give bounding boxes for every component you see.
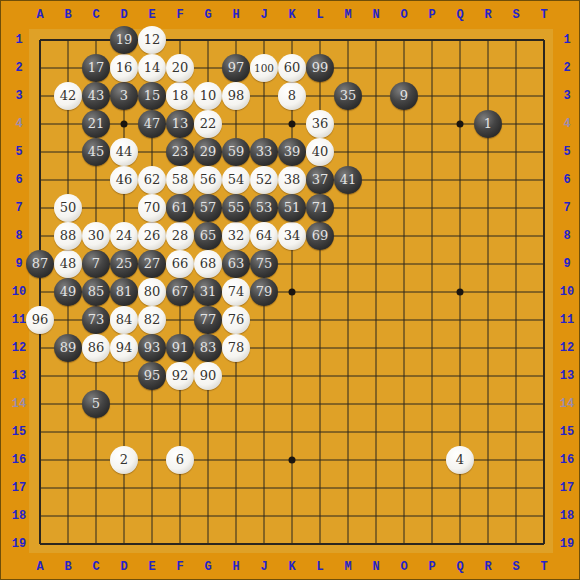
coord-label: R xyxy=(474,553,502,580)
stone-white[interactable]: 26 xyxy=(138,222,166,250)
move-number: 4 xyxy=(446,446,474,474)
stone-white[interactable]: 8 xyxy=(278,82,306,110)
move-number: 98 xyxy=(222,82,250,110)
move-number: 26 xyxy=(138,222,166,250)
coord-label: B xyxy=(54,553,82,580)
stone-black[interactable]: 43 xyxy=(82,82,110,110)
coord-label: N xyxy=(362,1,390,29)
move-number: 37 xyxy=(306,166,334,194)
coord-label: S xyxy=(502,1,530,29)
move-number: 48 xyxy=(54,250,82,278)
coord-label: B xyxy=(54,1,82,29)
coord-label: 18 xyxy=(553,502,580,530)
move-number: 40 xyxy=(306,138,334,166)
move-number: 23 xyxy=(166,138,194,166)
coord-label: 3 xyxy=(5,82,33,110)
move-number: 65 xyxy=(194,222,222,250)
move-number: 10 xyxy=(194,82,222,110)
coord-label: C xyxy=(82,1,110,29)
move-number: 68 xyxy=(194,250,222,278)
stone-black[interactable]: 61 xyxy=(166,194,194,222)
coord-label: 4 xyxy=(553,110,580,138)
coord-label: 9 xyxy=(553,250,580,278)
coord-label: 7 xyxy=(5,194,33,222)
coord-label: 6 xyxy=(553,166,580,194)
move-number: 13 xyxy=(166,110,194,138)
go-board-viewer: AABBCCDDEEFFGGHHJJKKLLMMNNOOPPQQRRSSTT11… xyxy=(0,0,580,580)
stone-black[interactable]: 67 xyxy=(166,278,194,306)
coord-label: F xyxy=(166,1,194,29)
coord-label: L xyxy=(306,553,334,580)
stone-black[interactable]: 21 xyxy=(82,110,110,138)
stone-white[interactable]: 52 xyxy=(250,166,278,194)
stone-white[interactable]: 76 xyxy=(222,306,250,334)
coord-label: E xyxy=(138,553,166,580)
stone-black[interactable]: 77 xyxy=(194,306,222,334)
stone-black[interactable]: 27 xyxy=(138,250,166,278)
stone-black[interactable]: 65 xyxy=(194,222,222,250)
move-number: 14 xyxy=(138,54,166,82)
move-number: 89 xyxy=(54,334,82,362)
move-number: 86 xyxy=(82,334,110,362)
move-number: 47 xyxy=(138,110,166,138)
stone-white[interactable]: 96 xyxy=(26,306,54,334)
coord-label: M xyxy=(334,553,362,580)
move-number: 63 xyxy=(222,250,250,278)
coord-label: 16 xyxy=(553,446,580,474)
stone-white[interactable]: 80 xyxy=(138,278,166,306)
coord-label: R xyxy=(474,1,502,29)
coord-label: J xyxy=(250,1,278,29)
stone-black[interactable]: 97 xyxy=(222,54,250,82)
stone-black[interactable]: 75 xyxy=(250,250,278,278)
stone-black[interactable]: 1 xyxy=(474,110,502,138)
stone-white[interactable]: 56 xyxy=(194,166,222,194)
move-number: 83 xyxy=(194,334,222,362)
stone-white[interactable]: 18 xyxy=(166,82,194,110)
stone-white[interactable]: 36 xyxy=(306,110,334,138)
stone-black[interactable]: 73 xyxy=(82,306,110,334)
move-number: 96 xyxy=(26,306,54,334)
stone-white[interactable]: 54 xyxy=(222,166,250,194)
coord-label: 14 xyxy=(553,390,580,418)
stone-white[interactable]: 86 xyxy=(82,334,110,362)
move-number: 76 xyxy=(222,306,250,334)
stone-black[interactable]: 55 xyxy=(222,194,250,222)
move-number: 7 xyxy=(82,250,110,278)
move-number: 90 xyxy=(194,362,222,390)
move-number: 36 xyxy=(306,110,334,138)
move-number: 70 xyxy=(138,194,166,222)
coord-label: 5 xyxy=(5,138,33,166)
stone-white[interactable]: 74 xyxy=(222,278,250,306)
stone-black[interactable]: 95 xyxy=(138,362,166,390)
stone-white[interactable]: 42 xyxy=(54,82,82,110)
move-number: 41 xyxy=(334,166,362,194)
move-number: 44 xyxy=(110,138,138,166)
coord-label: M xyxy=(334,1,362,29)
stone-white[interactable]: 60 xyxy=(278,54,306,82)
stone-black[interactable]: 33 xyxy=(250,138,278,166)
stone-black[interactable]: 51 xyxy=(278,194,306,222)
move-number: 15 xyxy=(138,82,166,110)
coord-label: H xyxy=(222,1,250,29)
stone-white[interactable]: 40 xyxy=(306,138,334,166)
move-number: 97 xyxy=(222,54,250,82)
move-number: 66 xyxy=(166,250,194,278)
move-number: 74 xyxy=(222,278,250,306)
move-number: 80 xyxy=(138,278,166,306)
move-number: 34 xyxy=(278,222,306,250)
stone-black[interactable]: 87 xyxy=(26,250,54,278)
move-number: 69 xyxy=(306,222,334,250)
move-number: 50 xyxy=(54,194,82,222)
stone-black[interactable]: 91 xyxy=(166,334,194,362)
coord-label: 4 xyxy=(5,110,33,138)
coord-label: 1 xyxy=(553,26,580,54)
stone-black[interactable]: 99 xyxy=(306,54,334,82)
coord-label: 15 xyxy=(5,418,33,446)
stone-white[interactable]: 28 xyxy=(166,222,194,250)
move-number: 27 xyxy=(138,250,166,278)
move-number: 28 xyxy=(166,222,194,250)
stone-black[interactable]: 89 xyxy=(54,334,82,362)
stone-white[interactable]: 2 xyxy=(110,446,138,474)
stone-white[interactable]: 88 xyxy=(54,222,82,250)
move-number: 35 xyxy=(334,82,362,110)
stone-white[interactable]: 100 xyxy=(250,54,278,82)
coord-label: 19 xyxy=(5,530,33,558)
coord-label: 8 xyxy=(553,222,580,250)
stone-white[interactable]: 64 xyxy=(250,222,278,250)
stone-white[interactable]: 22 xyxy=(194,110,222,138)
stone-white[interactable]: 92 xyxy=(166,362,194,390)
coord-label: 8 xyxy=(5,222,33,250)
stone-white[interactable]: 30 xyxy=(82,222,110,250)
stone-white[interactable]: 14 xyxy=(138,54,166,82)
stone-white[interactable]: 4 xyxy=(446,446,474,474)
stone-white[interactable]: 78 xyxy=(222,334,250,362)
move-number: 5 xyxy=(82,390,110,418)
stone-white[interactable]: 82 xyxy=(138,306,166,334)
stone-white[interactable]: 90 xyxy=(194,362,222,390)
stone-black[interactable]: 79 xyxy=(250,278,278,306)
move-number: 43 xyxy=(82,82,110,110)
coord-label: 13 xyxy=(553,362,580,390)
move-number: 42 xyxy=(54,82,82,110)
stone-white[interactable]: 6 xyxy=(166,446,194,474)
stone-black[interactable]: 83 xyxy=(194,334,222,362)
coord-label: T xyxy=(530,1,558,29)
coord-label: 17 xyxy=(553,474,580,502)
coord-label: 18 xyxy=(5,502,33,530)
stone-white[interactable]: 44 xyxy=(110,138,138,166)
move-number: 25 xyxy=(110,250,138,278)
coord-label: K xyxy=(278,1,306,29)
coord-label: 16 xyxy=(5,446,33,474)
stone-white[interactable]: 66 xyxy=(166,250,194,278)
coord-label: Q xyxy=(446,553,474,580)
coord-label: 6 xyxy=(5,166,33,194)
stone-black[interactable]: 5 xyxy=(82,390,110,418)
coord-label: Q xyxy=(446,1,474,29)
coord-label: G xyxy=(194,553,222,580)
stone-white[interactable]: 50 xyxy=(54,194,82,222)
stone-black[interactable]: 49 xyxy=(54,278,82,306)
coord-label: G xyxy=(194,1,222,29)
stone-black[interactable]: 13 xyxy=(166,110,194,138)
move-number: 31 xyxy=(194,278,222,306)
stone-black[interactable]: 37 xyxy=(306,166,334,194)
coord-label: 2 xyxy=(553,54,580,82)
stone-black[interactable]: 9 xyxy=(390,82,418,110)
coord-label: E xyxy=(138,1,166,29)
move-number: 61 xyxy=(166,194,194,222)
move-number: 85 xyxy=(82,278,110,306)
move-number: 82 xyxy=(138,306,166,334)
move-number: 81 xyxy=(110,278,138,306)
move-number: 56 xyxy=(194,166,222,194)
coord-label: L xyxy=(306,1,334,29)
move-number: 51 xyxy=(278,194,306,222)
move-number: 38 xyxy=(278,166,306,194)
move-number: 71 xyxy=(306,194,334,222)
move-number: 92 xyxy=(166,362,194,390)
stone-black[interactable]: 23 xyxy=(166,138,194,166)
stone-white[interactable]: 20 xyxy=(166,54,194,82)
move-number: 94 xyxy=(110,334,138,362)
move-number: 9 xyxy=(390,82,418,110)
coord-label: 17 xyxy=(5,474,33,502)
move-number: 2 xyxy=(110,446,138,474)
coord-label: K xyxy=(278,553,306,580)
coord-label: P xyxy=(418,1,446,29)
coord-label: O xyxy=(390,553,418,580)
move-number: 8 xyxy=(278,82,306,110)
move-number: 21 xyxy=(82,110,110,138)
move-number: 45 xyxy=(82,138,110,166)
stone-black[interactable]: 19 xyxy=(110,26,138,54)
stone-white[interactable]: 98 xyxy=(222,82,250,110)
stone-black[interactable]: 25 xyxy=(110,250,138,278)
move-number: 60 xyxy=(278,54,306,82)
stone-black[interactable]: 29 xyxy=(194,138,222,166)
coord-label: H xyxy=(222,553,250,580)
stone-white[interactable]: 48 xyxy=(54,250,82,278)
coord-label: 15 xyxy=(553,418,580,446)
coord-label: 12 xyxy=(5,334,33,362)
move-number: 49 xyxy=(54,278,82,306)
stone-white[interactable]: 32 xyxy=(222,222,250,250)
stone-black[interactable]: 53 xyxy=(250,194,278,222)
stone-white[interactable]: 24 xyxy=(110,222,138,250)
coord-label: J xyxy=(250,553,278,580)
move-number: 91 xyxy=(166,334,194,362)
stone-white[interactable]: 58 xyxy=(166,166,194,194)
coord-label: 10 xyxy=(553,278,580,306)
move-number: 59 xyxy=(222,138,250,166)
move-number: 39 xyxy=(278,138,306,166)
coord-label: 14 xyxy=(5,390,33,418)
stone-white[interactable]: 70 xyxy=(138,194,166,222)
stone-white[interactable]: 10 xyxy=(194,82,222,110)
stone-black[interactable]: 3 xyxy=(110,82,138,110)
coord-label: A xyxy=(26,1,54,29)
coord-label: 13 xyxy=(5,362,33,390)
stone-black[interactable]: 63 xyxy=(222,250,250,278)
stone-white[interactable]: 62 xyxy=(138,166,166,194)
stone-black[interactable]: 93 xyxy=(138,334,166,362)
stone-white[interactable]: 84 xyxy=(110,306,138,334)
move-number: 12 xyxy=(138,26,166,54)
move-number: 95 xyxy=(138,362,166,390)
move-number: 93 xyxy=(138,334,166,362)
coord-label: O xyxy=(390,1,418,29)
coord-label: P xyxy=(418,553,446,580)
coord-label: S xyxy=(502,553,530,580)
stone-white[interactable]: 46 xyxy=(110,166,138,194)
coord-label: 10 xyxy=(5,278,33,306)
stone-black[interactable]: 15 xyxy=(138,82,166,110)
stone-black[interactable]: 71 xyxy=(306,194,334,222)
move-number: 1 xyxy=(474,110,502,138)
coord-label: 2 xyxy=(5,54,33,82)
move-number: 55 xyxy=(222,194,250,222)
move-number: 75 xyxy=(250,250,278,278)
stone-white[interactable]: 94 xyxy=(110,334,138,362)
move-number: 19 xyxy=(110,26,138,54)
stone-black[interactable]: 81 xyxy=(110,278,138,306)
move-number: 22 xyxy=(194,110,222,138)
move-number: 53 xyxy=(250,194,278,222)
stone-black[interactable]: 57 xyxy=(194,194,222,222)
stone-black[interactable]: 7 xyxy=(82,250,110,278)
coord-label: 1 xyxy=(5,26,33,54)
move-number: 29 xyxy=(194,138,222,166)
move-number: 20 xyxy=(166,54,194,82)
stone-black[interactable]: 31 xyxy=(194,278,222,306)
move-number: 52 xyxy=(250,166,278,194)
stone-white[interactable]: 34 xyxy=(278,222,306,250)
move-number: 32 xyxy=(222,222,250,250)
stone-black[interactable]: 85 xyxy=(82,278,110,306)
stone-black[interactable]: 47 xyxy=(138,110,166,138)
move-number: 3 xyxy=(110,82,138,110)
move-number: 73 xyxy=(82,306,110,334)
move-number: 33 xyxy=(250,138,278,166)
move-number: 24 xyxy=(110,222,138,250)
stone-white[interactable]: 16 xyxy=(110,54,138,82)
stone-white[interactable]: 12 xyxy=(138,26,166,54)
move-number: 62 xyxy=(138,166,166,194)
move-number: 46 xyxy=(110,166,138,194)
coord-label: C xyxy=(82,553,110,580)
coord-label: D xyxy=(110,553,138,580)
move-number: 54 xyxy=(222,166,250,194)
move-number: 67 xyxy=(166,278,194,306)
coord-label: 3 xyxy=(553,82,580,110)
move-number: 6 xyxy=(166,446,194,474)
move-number: 100 xyxy=(250,54,278,82)
move-number: 57 xyxy=(194,194,222,222)
coord-label: N xyxy=(362,553,390,580)
move-number: 78 xyxy=(222,334,250,362)
stone-black[interactable]: 59 xyxy=(222,138,250,166)
stone-black[interactable]: 39 xyxy=(278,138,306,166)
move-number: 18 xyxy=(166,82,194,110)
coord-label: 7 xyxy=(553,194,580,222)
coord-label: 5 xyxy=(553,138,580,166)
move-number: 77 xyxy=(194,306,222,334)
move-number: 88 xyxy=(54,222,82,250)
move-number: 30 xyxy=(82,222,110,250)
coord-label: D xyxy=(110,1,138,29)
move-number: 64 xyxy=(250,222,278,250)
move-number: 17 xyxy=(82,54,110,82)
stone-white[interactable]: 38 xyxy=(278,166,306,194)
stone-black[interactable]: 41 xyxy=(334,166,362,194)
move-number: 99 xyxy=(306,54,334,82)
coord-label: F xyxy=(166,553,194,580)
stone-black[interactable]: 45 xyxy=(82,138,110,166)
move-number: 58 xyxy=(166,166,194,194)
stone-black[interactable]: 69 xyxy=(306,222,334,250)
stone-white[interactable]: 68 xyxy=(194,250,222,278)
coord-label: 11 xyxy=(553,306,580,334)
move-number: 84 xyxy=(110,306,138,334)
stone-black[interactable]: 17 xyxy=(82,54,110,82)
move-number: 79 xyxy=(250,278,278,306)
move-number: 16 xyxy=(110,54,138,82)
coord-label: 12 xyxy=(553,334,580,362)
stone-black[interactable]: 35 xyxy=(334,82,362,110)
move-number: 87 xyxy=(26,250,54,278)
coord-label: 19 xyxy=(553,530,580,558)
